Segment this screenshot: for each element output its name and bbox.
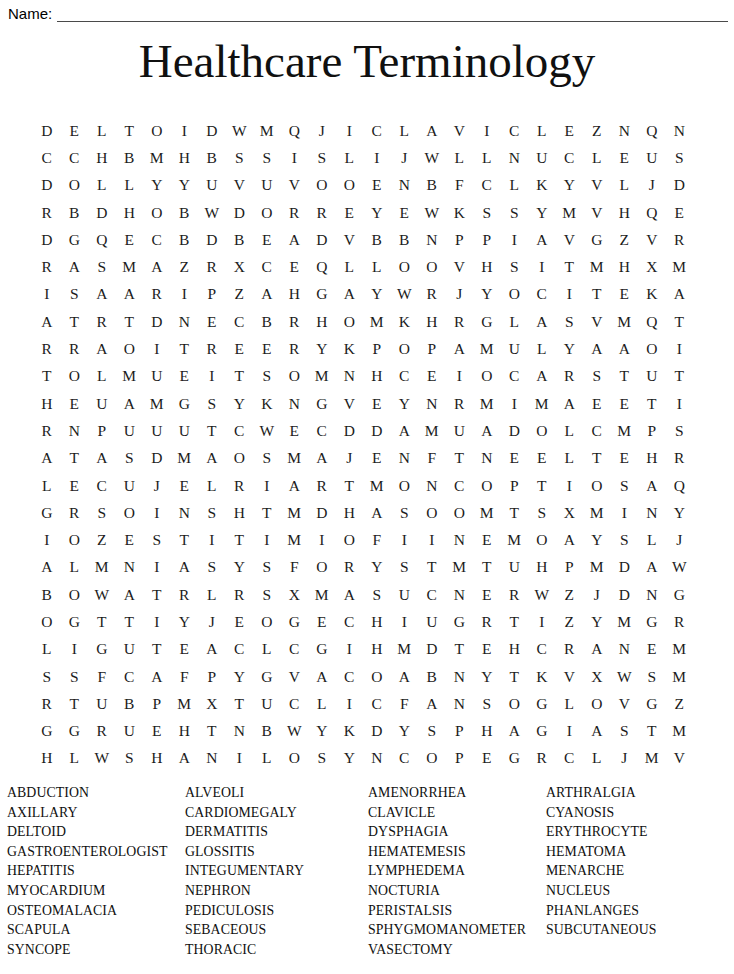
word-list-item: HEMATEMESIS [368, 842, 546, 862]
grid-cell-r5c15: N [418, 226, 446, 253]
grid-cell-r22c16: N [446, 690, 474, 717]
grid-cell-r23c22: S [611, 718, 639, 745]
grid-cell-r20c11: G [308, 636, 336, 663]
grid-cell-r14c12: T [336, 472, 364, 499]
grid-cell-r21c19: K [528, 663, 556, 690]
grid-cell-r20c18: H [501, 636, 529, 663]
grid-cell-r17c17: T [473, 554, 501, 581]
grid-cell-r11c1: H [33, 390, 61, 417]
grid-cell-r20c7: A [198, 636, 226, 663]
grid-cell-r24c13: N [363, 745, 391, 772]
grid-cell-r16c19: O [528, 526, 556, 553]
grid-cell-r2c24: S [666, 144, 694, 171]
grid-cell-r9c19: L [528, 335, 556, 362]
grid-cell-r4c22: H [611, 199, 639, 226]
grid-cell-r3c8: V [226, 172, 254, 199]
grid-cell-r16c5: S [143, 526, 171, 553]
puzzle-title: Healthcare Terminology [0, 34, 734, 88]
grid-cell-r4c15: W [418, 199, 446, 226]
grid-cell-r19c7: J [198, 608, 226, 635]
grid-cell-r8c10: R [281, 308, 309, 335]
grid-cell-r17c24: W [666, 554, 694, 581]
grid-cell-r12c19: O [528, 417, 556, 444]
grid-cell-r19c8: E [226, 608, 254, 635]
grid-cell-r8c15: H [418, 308, 446, 335]
grid-cell-r18c16: N [446, 581, 474, 608]
grid-cell-r22c4: B [116, 690, 144, 717]
grid-cell-r16c18: M [501, 526, 529, 553]
grid-cell-r3c15: B [418, 172, 446, 199]
grid-cell-r12c3: P [88, 417, 116, 444]
grid-cell-r23c15: S [418, 718, 446, 745]
word-list-item: VASECTOMY [368, 940, 546, 960]
grid-cell-r5c14: B [391, 226, 419, 253]
grid-cell-r15c9: T [253, 499, 281, 526]
grid-cell-r8c6: N [171, 308, 199, 335]
grid-cell-r14c5: J [143, 472, 171, 499]
grid-cell-r12c10: E [281, 417, 309, 444]
grid-cell-r6c11: Q [308, 253, 336, 280]
grid-cell-r4c17: S [473, 199, 501, 226]
grid-cell-r8c12: O [336, 308, 364, 335]
grid-cell-r19c18: T [501, 608, 529, 635]
grid-cell-r19c17: R [473, 608, 501, 635]
grid-cell-r13c8: O [226, 445, 254, 472]
grid-cell-r17c9: S [253, 554, 281, 581]
grid-cell-r24c3: W [88, 745, 116, 772]
grid-cell-r19c4: T [116, 608, 144, 635]
grid-cell-r20c21: A [583, 636, 611, 663]
grid-cell-r11c4: A [116, 390, 144, 417]
grid-cell-r17c2: L [61, 554, 89, 581]
grid-cell-r7c16: J [446, 281, 474, 308]
grid-cell-r13c19: E [528, 445, 556, 472]
grid-cell-r7c20: I [556, 281, 584, 308]
grid-cell-r13c22: E [611, 445, 639, 472]
grid-cell-r4c10: R [281, 199, 309, 226]
grid-cell-r4c3: D [88, 199, 116, 226]
word-list-item: DYSPHAGIA [368, 822, 546, 842]
grid-cell-r17c5: I [143, 554, 171, 581]
grid-cell-r3c12: O [336, 172, 364, 199]
grid-cell-r19c1: O [33, 608, 61, 635]
grid-cell-r4c2: B [61, 199, 89, 226]
grid-cell-r20c24: M [666, 636, 694, 663]
grid-cell-r7c7: P [198, 281, 226, 308]
grid-cell-r10c11: M [308, 363, 336, 390]
grid-cell-r5c10: A [281, 226, 309, 253]
grid-cell-r13c5: D [143, 445, 171, 472]
word-list-item: ERYTHROCYTE [546, 822, 734, 842]
grid-cell-r22c6: M [171, 690, 199, 717]
grid-cell-r1c22: N [611, 117, 639, 144]
grid-cell-r1c20: E [556, 117, 584, 144]
grid-cell-r1c14: L [391, 117, 419, 144]
grid-cell-r4c13: Y [363, 199, 391, 226]
grid-cell-r24c20: C [556, 745, 584, 772]
grid-cell-r21c22: W [611, 663, 639, 690]
grid-cell-r20c4: U [116, 636, 144, 663]
grid-cell-r9c2: R [61, 335, 89, 362]
grid-cell-r2c3: H [88, 144, 116, 171]
grid-cell-r20c19: C [528, 636, 556, 663]
grid-cell-r17c11: O [308, 554, 336, 581]
grid-cell-r13c21: T [583, 445, 611, 472]
grid-cell-r19c3: T [88, 608, 116, 635]
grid-cell-r5c18: I [501, 226, 529, 253]
grid-cell-r22c14: F [391, 690, 419, 717]
grid-cell-r24c8: I [226, 745, 254, 772]
grid-cell-r8c1: A [33, 308, 61, 335]
grid-cell-r18c21: J [583, 581, 611, 608]
word-list-item: OSTEOMALACIA [7, 901, 185, 921]
grid-cell-r18c20: Z [556, 581, 584, 608]
grid-cell-r1c8: W [226, 117, 254, 144]
grid-cell-r23c19: G [528, 718, 556, 745]
grid-cell-r4c23: Q [638, 199, 666, 226]
grid-cell-r18c1: B [33, 581, 61, 608]
grid-cell-r11c13: E [363, 390, 391, 417]
grid-cell-r8c4: T [116, 308, 144, 335]
grid-cell-r20c20: R [556, 636, 584, 663]
grid-cell-r21c15: B [418, 663, 446, 690]
grid-cell-r23c21: A [583, 718, 611, 745]
grid-cell-r20c17: E [473, 636, 501, 663]
grid-cell-r7c5: R [143, 281, 171, 308]
grid-cell-r21c2: S [61, 663, 89, 690]
grid-cell-r19c6: Y [171, 608, 199, 635]
grid-cell-r4c11: R [308, 199, 336, 226]
grid-cell-r16c4: E [116, 526, 144, 553]
grid-cell-r21c9: G [253, 663, 281, 690]
grid-cell-r1c23: Q [638, 117, 666, 144]
grid-cell-r2c11: S [308, 144, 336, 171]
grid-cell-r12c17: A [473, 417, 501, 444]
grid-cell-r4c24: E [666, 199, 694, 226]
grid-cell-r11c21: E [583, 390, 611, 417]
grid-cell-r12c12: D [336, 417, 364, 444]
grid-cell-r14c11: R [308, 472, 336, 499]
grid-cell-r8c9: B [253, 308, 281, 335]
grid-cell-r16c24: J [666, 526, 694, 553]
grid-cell-r23c6: H [171, 718, 199, 745]
grid-cell-r2c1: C [33, 144, 61, 171]
grid-cell-r3c19: K [528, 172, 556, 199]
word-list-item: NUCLEUS [546, 881, 734, 901]
grid-cell-r10c12: N [336, 363, 364, 390]
grid-cell-r23c20: I [556, 718, 584, 745]
grid-cell-r20c5: T [143, 636, 171, 663]
grid-cell-r19c10: G [281, 608, 309, 635]
grid-cell-r15c14: S [391, 499, 419, 526]
grid-cell-r9c21: A [583, 335, 611, 362]
grid-cell-r18c8: R [226, 581, 254, 608]
grid-cell-r1c9: M [253, 117, 281, 144]
grid-cell-r22c1: R [33, 690, 61, 717]
grid-cell-r21c7: P [198, 663, 226, 690]
grid-cell-r18c14: U [391, 581, 419, 608]
grid-cell-r14c23: A [638, 472, 666, 499]
word-list-column-4: ARTHRALGIACYANOSISERYTHROCYTEHEMATOMAMEN… [546, 783, 734, 959]
grid-cell-r11c12: V [336, 390, 364, 417]
grid-cell-r22c23: G [638, 690, 666, 717]
grid-cell-r3c9: U [253, 172, 281, 199]
grid-cell-r15c18: T [501, 499, 529, 526]
grid-cell-r4c18: S [501, 199, 529, 226]
grid-cell-r18c18: R [501, 581, 529, 608]
grid-cell-r3c6: Y [171, 172, 199, 199]
grid-cell-r1c13: C [363, 117, 391, 144]
grid-cell-r22c15: A [418, 690, 446, 717]
word-list-item: SCAPULA [7, 920, 185, 940]
grid-cell-r19c2: G [61, 608, 89, 635]
grid-cell-r5c7: D [198, 226, 226, 253]
grid-cell-r15c10: M [281, 499, 309, 526]
grid-cell-r8c5: D [143, 308, 171, 335]
grid-cell-r14c9: I [253, 472, 281, 499]
grid-cell-r14c19: T [528, 472, 556, 499]
grid-cell-r6c4: M [116, 253, 144, 280]
grid-cell-r10c15: E [418, 363, 446, 390]
grid-cell-r7c6: I [171, 281, 199, 308]
grid-cell-r18c7: L [198, 581, 226, 608]
grid-cell-r9c16: A [446, 335, 474, 362]
grid-cell-r5c23: V [638, 226, 666, 253]
word-list-item: GLOSSITIS [185, 842, 368, 862]
grid-cell-r15c7: S [198, 499, 226, 526]
grid-cell-r9c8: E [226, 335, 254, 362]
grid-cell-r18c6: R [171, 581, 199, 608]
grid-cell-r5c17: P [473, 226, 501, 253]
grid-cell-r2c21: L [583, 144, 611, 171]
grid-cell-r12c8: C [226, 417, 254, 444]
grid-cell-r19c11: E [308, 608, 336, 635]
grid-cell-r20c6: E [171, 636, 199, 663]
grid-cell-r24c10: O [281, 745, 309, 772]
grid-cell-r3c17: C [473, 172, 501, 199]
grid-cell-r24c4: S [116, 745, 144, 772]
grid-cell-r19c16: G [446, 608, 474, 635]
word-list-item: DELTOID [7, 822, 185, 842]
grid-cell-r9c18: U [501, 335, 529, 362]
grid-cell-r17c15: T [418, 554, 446, 581]
grid-cell-r14c8: R [226, 472, 254, 499]
grid-cell-r23c9: B [253, 718, 281, 745]
grid-cell-r18c15: C [418, 581, 446, 608]
grid-cell-r3c7: U [198, 172, 226, 199]
grid-cell-r11c7: S [198, 390, 226, 417]
grid-cell-r11c19: M [528, 390, 556, 417]
grid-cell-r17c19: H [528, 554, 556, 581]
grid-cell-r15c3: S [88, 499, 116, 526]
grid-cell-r16c9: I [253, 526, 281, 553]
grid-cell-r3c5: Y [143, 172, 171, 199]
grid-cell-r13c1: A [33, 445, 61, 472]
grid-cell-r21c10: V [281, 663, 309, 690]
word-list-item: NEPHRON [185, 881, 368, 901]
grid-cell-r24c14: C [391, 745, 419, 772]
grid-cell-r9c9: E [253, 335, 281, 362]
grid-cell-r11c24: I [666, 390, 694, 417]
grid-cell-r23c18: A [501, 718, 529, 745]
grid-cell-r16c17: E [473, 526, 501, 553]
grid-cell-r12c16: U [446, 417, 474, 444]
word-list-item: AMENORRHEA [368, 783, 546, 803]
word-list-item: MENARCHE [546, 861, 734, 881]
grid-cell-r5c19: A [528, 226, 556, 253]
grid-cell-r16c7: I [198, 526, 226, 553]
grid-cell-r10c19: A [528, 363, 556, 390]
grid-cell-r22c10: C [281, 690, 309, 717]
grid-cell-r5c4: E [116, 226, 144, 253]
grid-cell-r19c24: R [666, 608, 694, 635]
grid-cell-r12c13: D [363, 417, 391, 444]
grid-cell-r24c5: H [143, 745, 171, 772]
grid-cell-r21c11: A [308, 663, 336, 690]
grid-cell-r12c15: M [418, 417, 446, 444]
grid-cell-r22c9: U [253, 690, 281, 717]
word-list-item: SEBACEOUS [185, 920, 368, 940]
grid-cell-r10c4: M [116, 363, 144, 390]
grid-cell-r10c14: C [391, 363, 419, 390]
grid-cell-r15c19: S [528, 499, 556, 526]
grid-cell-r8c20: S [556, 308, 584, 335]
grid-cell-r3c23: J [638, 172, 666, 199]
grid-cell-r2c2: C [61, 144, 89, 171]
grid-cell-r17c10: F [281, 554, 309, 581]
grid-cell-r21c17: Y [473, 663, 501, 690]
grid-cell-r14c2: E [61, 472, 89, 499]
grid-cell-r8c22: M [611, 308, 639, 335]
grid-cell-r10c16: I [446, 363, 474, 390]
grid-cell-r1c24: N [666, 117, 694, 144]
grid-cell-r6c17: H [473, 253, 501, 280]
word-list-column-2: ALVEOLICARDIOMEGALYDERMATITISGLOSSITISIN… [185, 783, 368, 959]
grid-cell-r17c20: P [556, 554, 584, 581]
grid-cell-r14c20: I [556, 472, 584, 499]
grid-cell-r5c22: Z [611, 226, 639, 253]
grid-cell-r10c20: R [556, 363, 584, 390]
grid-cell-r6c6: Z [171, 253, 199, 280]
grid-cell-r18c23: N [638, 581, 666, 608]
grid-cell-r11c20: A [556, 390, 584, 417]
grid-cell-r5c20: V [556, 226, 584, 253]
word-list-column-3: AMENORRHEACLAVICLEDYSPHAGIAHEMATEMESISLY… [368, 783, 546, 959]
grid-cell-r10c23: U [638, 363, 666, 390]
grid-cell-r4c5: O [143, 199, 171, 226]
grid-cell-r1c19: L [528, 117, 556, 144]
grid-cell-r4c9: O [253, 199, 281, 226]
grid-cell-r23c2: G [61, 718, 89, 745]
grid-cell-r3c2: O [61, 172, 89, 199]
grid-cell-r10c6: E [171, 363, 199, 390]
grid-cell-r17c23: A [638, 554, 666, 581]
grid-cell-r22c20: L [556, 690, 584, 717]
grid-cell-r19c19: I [528, 608, 556, 635]
grid-cell-r19c13: H [363, 608, 391, 635]
grid-cell-r22c7: X [198, 690, 226, 717]
grid-cell-r6c22: H [611, 253, 639, 280]
grid-cell-r23c4: U [116, 718, 144, 745]
grid-cell-r9c1: R [33, 335, 61, 362]
grid-cell-r13c12: J [336, 445, 364, 472]
grid-cell-r14c1: L [33, 472, 61, 499]
grid-cell-r10c22: T [611, 363, 639, 390]
word-list-item: LYMPHEDEMA [368, 861, 546, 881]
grid-cell-r18c4: A [116, 581, 144, 608]
grid-cell-r10c18: C [501, 363, 529, 390]
word-list: ABDUCTIONAXILLARYDELTOIDGASTROENTEROLOGI… [7, 783, 734, 959]
word-list-item: NOCTURIA [368, 881, 546, 901]
grid-cell-r4c8: D [226, 199, 254, 226]
grid-cell-r11c3: U [88, 390, 116, 417]
grid-cell-r22c21: O [583, 690, 611, 717]
grid-cell-r24c11: S [308, 745, 336, 772]
grid-cell-r9c13: P [363, 335, 391, 362]
grid-cell-r20c13: H [363, 636, 391, 663]
word-list-item: ARTHRALGIA [546, 783, 734, 803]
name-fill-line [57, 5, 728, 22]
grid-cell-r6c5: A [143, 253, 171, 280]
grid-cell-r23c3: R [88, 718, 116, 745]
grid-cell-r21c21: X [583, 663, 611, 690]
grid-cell-r12c11: C [308, 417, 336, 444]
grid-cell-r2c10: I [281, 144, 309, 171]
word-list-item: THORACIC [185, 940, 368, 960]
grid-cell-r1c3: L [88, 117, 116, 144]
grid-cell-r14c10: A [281, 472, 309, 499]
grid-cell-r14c14: O [391, 472, 419, 499]
grid-cell-r24c22: J [611, 745, 639, 772]
grid-cell-r24c23: M [638, 745, 666, 772]
grid-cell-r20c12: I [336, 636, 364, 663]
grid-cell-r2c8: S [226, 144, 254, 171]
grid-cell-r17c12: R [336, 554, 364, 581]
grid-cell-r7c12: A [336, 281, 364, 308]
grid-cell-r10c7: I [198, 363, 226, 390]
grid-cell-r18c17: E [473, 581, 501, 608]
grid-cell-r1c5: O [143, 117, 171, 144]
grid-cell-r7c22: E [611, 281, 639, 308]
grid-cell-r2c14: J [391, 144, 419, 171]
grid-cell-r2c18: N [501, 144, 529, 171]
grid-cell-r11c23: T [638, 390, 666, 417]
grid-cell-r3c21: V [583, 172, 611, 199]
grid-cell-r20c9: L [253, 636, 281, 663]
grid-cell-r14c24: Q [666, 472, 694, 499]
word-list-column-1: ABDUCTIONAXILLARYDELTOIDGASTROENTEROLOGI… [7, 783, 185, 959]
grid-cell-r12c18: D [501, 417, 529, 444]
grid-cell-r20c15: D [418, 636, 446, 663]
grid-cell-r12c14: A [391, 417, 419, 444]
grid-cell-r1c1: D [33, 117, 61, 144]
grid-cell-r19c23: G [638, 608, 666, 635]
grid-cell-r15c16: O [446, 499, 474, 526]
grid-cell-r6c13: L [363, 253, 391, 280]
grid-cell-r3c18: L [501, 172, 529, 199]
grid-cell-r6c24: M [666, 253, 694, 280]
grid-cell-r4c4: H [116, 199, 144, 226]
grid-cell-r22c13: C [363, 690, 391, 717]
grid-cell-r23c23: T [638, 718, 666, 745]
grid-cell-r8c2: T [61, 308, 89, 335]
grid-cell-r9c3: A [88, 335, 116, 362]
grid-cell-r5c8: B [226, 226, 254, 253]
grid-cell-r5c9: E [253, 226, 281, 253]
grid-cell-r11c2: E [61, 390, 89, 417]
grid-cell-r12c7: T [198, 417, 226, 444]
grid-cell-r7c21: T [583, 281, 611, 308]
